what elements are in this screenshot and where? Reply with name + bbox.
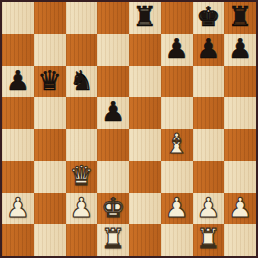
square-f6[interactable] xyxy=(161,66,193,98)
square-f4[interactable]: ♝ xyxy=(161,129,193,161)
white-rook[interactable]: ♜ xyxy=(196,224,220,255)
square-h6[interactable] xyxy=(224,66,256,98)
square-a2[interactable]: ♟ xyxy=(2,193,34,225)
square-h5[interactable] xyxy=(224,97,256,129)
square-e4[interactable] xyxy=(129,129,161,161)
square-b7[interactable] xyxy=(34,34,66,66)
white-pawn[interactable]: ♟ xyxy=(196,193,220,224)
square-h3[interactable] xyxy=(224,161,256,193)
square-c1[interactable] xyxy=(66,224,98,256)
square-d4[interactable] xyxy=(97,129,129,161)
square-d8[interactable] xyxy=(97,2,129,34)
square-g6[interactable] xyxy=(193,66,225,98)
white-bishop[interactable]: ♝ xyxy=(165,129,189,160)
square-d5[interactable]: ♟ xyxy=(97,97,129,129)
square-h1[interactable] xyxy=(224,224,256,256)
square-d6[interactable] xyxy=(97,66,129,98)
square-g1[interactable]: ♜ xyxy=(193,224,225,256)
black-pawn[interactable]: ♟ xyxy=(196,34,220,65)
square-g2[interactable]: ♟ xyxy=(193,193,225,225)
square-b6[interactable]: ♛ xyxy=(34,66,66,98)
square-f2[interactable]: ♟ xyxy=(161,193,193,225)
black-rook[interactable]: ♜ xyxy=(133,2,157,33)
square-e7[interactable] xyxy=(129,34,161,66)
square-a3[interactable] xyxy=(2,161,34,193)
chess-board: ♜♚♜♟♟♟♟♛♞♟♝♛♟♟♚♟♟♟♜♜ xyxy=(2,2,256,256)
square-g3[interactable] xyxy=(193,161,225,193)
square-d7[interactable] xyxy=(97,34,129,66)
square-e2[interactable] xyxy=(129,193,161,225)
square-e8[interactable]: ♜ xyxy=(129,2,161,34)
white-pawn[interactable]: ♟ xyxy=(69,193,93,224)
black-pawn[interactable]: ♟ xyxy=(228,34,252,65)
square-c3[interactable]: ♛ xyxy=(66,161,98,193)
white-king[interactable]: ♚ xyxy=(101,193,125,224)
square-b2[interactable] xyxy=(34,193,66,225)
square-c5[interactable] xyxy=(66,97,98,129)
square-a5[interactable] xyxy=(2,97,34,129)
black-queen[interactable]: ♛ xyxy=(38,66,62,97)
black-knight[interactable]: ♞ xyxy=(69,66,93,97)
square-b4[interactable] xyxy=(34,129,66,161)
black-rook[interactable]: ♜ xyxy=(228,2,252,33)
white-pawn[interactable]: ♟ xyxy=(6,193,30,224)
white-pawn[interactable]: ♟ xyxy=(228,193,252,224)
square-g7[interactable]: ♟ xyxy=(193,34,225,66)
square-f8[interactable] xyxy=(161,2,193,34)
square-d3[interactable] xyxy=(97,161,129,193)
square-h4[interactable] xyxy=(224,129,256,161)
white-rook[interactable]: ♜ xyxy=(101,224,125,255)
square-c8[interactable] xyxy=(66,2,98,34)
square-g5[interactable] xyxy=(193,97,225,129)
black-pawn[interactable]: ♟ xyxy=(165,34,189,65)
square-f5[interactable] xyxy=(161,97,193,129)
chess-board-frame: ♜♚♜♟♟♟♟♛♞♟♝♛♟♟♚♟♟♟♜♜ xyxy=(0,0,258,258)
square-a4[interactable] xyxy=(2,129,34,161)
square-h7[interactable]: ♟ xyxy=(224,34,256,66)
square-e3[interactable] xyxy=(129,161,161,193)
square-b3[interactable] xyxy=(34,161,66,193)
white-queen[interactable]: ♛ xyxy=(69,161,93,192)
square-c6[interactable]: ♞ xyxy=(66,66,98,98)
square-a1[interactable] xyxy=(2,224,34,256)
black-pawn[interactable]: ♟ xyxy=(101,97,125,128)
square-a8[interactable] xyxy=(2,2,34,34)
white-pawn[interactable]: ♟ xyxy=(165,193,189,224)
square-d2[interactable]: ♚ xyxy=(97,193,129,225)
square-e1[interactable] xyxy=(129,224,161,256)
square-c7[interactable] xyxy=(66,34,98,66)
square-h2[interactable]: ♟ xyxy=(224,193,256,225)
square-b1[interactable] xyxy=(34,224,66,256)
square-h8[interactable]: ♜ xyxy=(224,2,256,34)
square-f1[interactable] xyxy=(161,224,193,256)
square-b5[interactable] xyxy=(34,97,66,129)
square-a7[interactable] xyxy=(2,34,34,66)
square-e5[interactable] xyxy=(129,97,161,129)
square-f3[interactable] xyxy=(161,161,193,193)
square-g4[interactable] xyxy=(193,129,225,161)
square-g8[interactable]: ♚ xyxy=(193,2,225,34)
square-c2[interactable]: ♟ xyxy=(66,193,98,225)
square-a6[interactable]: ♟ xyxy=(2,66,34,98)
square-c4[interactable] xyxy=(66,129,98,161)
square-b8[interactable] xyxy=(34,2,66,34)
black-pawn[interactable]: ♟ xyxy=(6,66,30,97)
square-f7[interactable]: ♟ xyxy=(161,34,193,66)
square-e6[interactable] xyxy=(129,66,161,98)
black-king[interactable]: ♚ xyxy=(196,2,220,33)
square-d1[interactable]: ♜ xyxy=(97,224,129,256)
